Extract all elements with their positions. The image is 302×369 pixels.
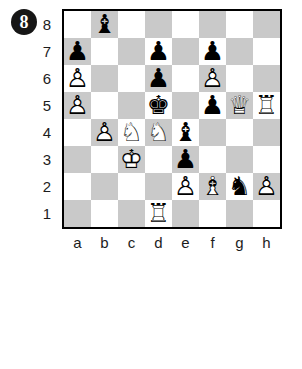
square-f1: [199, 200, 226, 227]
square-b2: [91, 173, 118, 200]
file-label-f: f: [199, 233, 226, 253]
square-d3: [145, 146, 172, 173]
square-d4: ♞♘: [145, 119, 172, 146]
rank-label-8: 8: [38, 11, 56, 38]
square-d2: [145, 173, 172, 200]
rank-label-6: 6: [38, 65, 56, 92]
square-h6: [253, 65, 280, 92]
square-h1: [253, 200, 280, 227]
square-a2: [64, 173, 91, 200]
square-e1: [172, 200, 199, 227]
square-f6: ♟♙: [199, 65, 226, 92]
square-b3: [91, 146, 118, 173]
white-pawn-piece: ♟♙: [199, 65, 226, 92]
square-a6: ♟♙: [64, 65, 91, 92]
square-e2: ♟♙: [172, 173, 199, 200]
square-g3: [226, 146, 253, 173]
square-c1: [118, 200, 145, 227]
file-label-g: g: [226, 233, 253, 253]
square-e3: ♟: [172, 146, 199, 173]
rank-label-2: 2: [38, 173, 56, 200]
black-pawn-piece: ♟: [145, 65, 172, 92]
square-e6: [172, 65, 199, 92]
white-king-piece: ♚♔: [118, 146, 145, 173]
square-d7: ♟: [145, 38, 172, 65]
square-g5: ♛♕: [226, 92, 253, 119]
black-bishop-piece: ♝: [172, 119, 199, 146]
white-rook-piece: ♜♖: [253, 92, 280, 119]
square-c5: [118, 92, 145, 119]
square-f3: [199, 146, 226, 173]
square-h7: [253, 38, 280, 65]
square-b5: [91, 92, 118, 119]
square-d1: ♜♖: [145, 200, 172, 227]
rank-label-3: 3: [38, 146, 56, 173]
square-a5: ♟♙: [64, 92, 91, 119]
square-a8: [64, 11, 91, 38]
rank-label-5: 5: [38, 92, 56, 119]
square-g4: [226, 119, 253, 146]
square-d8: [145, 11, 172, 38]
square-g6: [226, 65, 253, 92]
square-f2: ♝♗: [199, 173, 226, 200]
file-label-e: e: [172, 233, 199, 253]
square-h8: [253, 11, 280, 38]
white-pawn-piece: ♟♙: [64, 92, 91, 119]
square-e8: [172, 11, 199, 38]
puzzle-number: 8: [20, 9, 29, 35]
square-b7: [91, 38, 118, 65]
square-f7: ♟: [199, 38, 226, 65]
white-rook-piece: ♜♖: [145, 200, 172, 227]
white-pawn-piece: ♟♙: [172, 173, 199, 200]
square-a1: [64, 200, 91, 227]
white-pawn-piece: ♟♙: [91, 119, 118, 146]
square-d6: ♟: [145, 65, 172, 92]
square-h2: ♟♙: [253, 173, 280, 200]
rank-label-7: 7: [38, 38, 56, 65]
square-g8: [226, 11, 253, 38]
square-b6: [91, 65, 118, 92]
board-wrap: ♝♟♟♟♟♙♟♟♙♟♙♚♟♛♕♜♖♟♙♞♘♞♘♝♚♔♟♟♙♝♗♞♟♙♜♖: [62, 9, 282, 229]
black-pawn-piece: ♟: [172, 146, 199, 173]
square-b1: [91, 200, 118, 227]
white-queen-piece: ♛♕: [226, 92, 253, 119]
square-c8: [118, 11, 145, 38]
square-g7: [226, 38, 253, 65]
file-label-d: d: [145, 233, 172, 253]
square-c7: [118, 38, 145, 65]
square-f4: [199, 119, 226, 146]
square-b8: ♝: [91, 11, 118, 38]
square-c3: ♚♔: [118, 146, 145, 173]
puzzle-number-badge: 8: [11, 9, 37, 35]
square-e4: ♝: [172, 119, 199, 146]
white-knight-piece: ♞♘: [145, 119, 172, 146]
square-c2: [118, 173, 145, 200]
black-knight-piece: ♞: [226, 173, 253, 200]
black-king-piece: ♚: [145, 92, 172, 119]
square-h5: ♜♖: [253, 92, 280, 119]
black-pawn-piece: ♟: [145, 38, 172, 65]
white-pawn-piece: ♟♙: [64, 65, 91, 92]
file-label-a: a: [64, 233, 91, 253]
square-f5: ♟: [199, 92, 226, 119]
rank-labels: 87654321: [38, 11, 56, 227]
black-bishop-piece: ♝: [91, 11, 118, 38]
black-pawn-piece: ♟: [64, 38, 91, 65]
black-pawn-piece: ♟: [199, 92, 226, 119]
square-f8: [199, 11, 226, 38]
square-h4: [253, 119, 280, 146]
square-e5: [172, 92, 199, 119]
square-g1: [226, 200, 253, 227]
white-knight-piece: ♞♘: [118, 119, 145, 146]
black-pawn-piece: ♟: [199, 38, 226, 65]
file-label-b: b: [91, 233, 118, 253]
chess-board: ♝♟♟♟♟♙♟♟♙♟♙♚♟♛♕♜♖♟♙♞♘♞♘♝♚♔♟♟♙♝♗♞♟♙♜♖: [62, 9, 282, 229]
square-c4: ♞♘: [118, 119, 145, 146]
square-b4: ♟♙: [91, 119, 118, 146]
square-a4: [64, 119, 91, 146]
rank-label-4: 4: [38, 119, 56, 146]
file-labels: abcdefgh: [64, 233, 280, 253]
square-a7: ♟: [64, 38, 91, 65]
square-e7: [172, 38, 199, 65]
square-g2: ♞: [226, 173, 253, 200]
square-c6: [118, 65, 145, 92]
file-label-h: h: [253, 233, 280, 253]
square-d5: ♚: [145, 92, 172, 119]
puzzle-page: 8 87654321 ♝♟♟♟♟♙♟♟♙♟♙♚♟♛♕♜♖♟♙♞♘♞♘♝♚♔♟♟♙…: [0, 0, 302, 369]
white-pawn-piece: ♟♙: [253, 173, 280, 200]
square-h3: [253, 146, 280, 173]
rank-label-1: 1: [38, 200, 56, 227]
white-bishop-piece: ♝♗: [199, 173, 226, 200]
file-label-c: c: [118, 233, 145, 253]
square-a3: [64, 146, 91, 173]
